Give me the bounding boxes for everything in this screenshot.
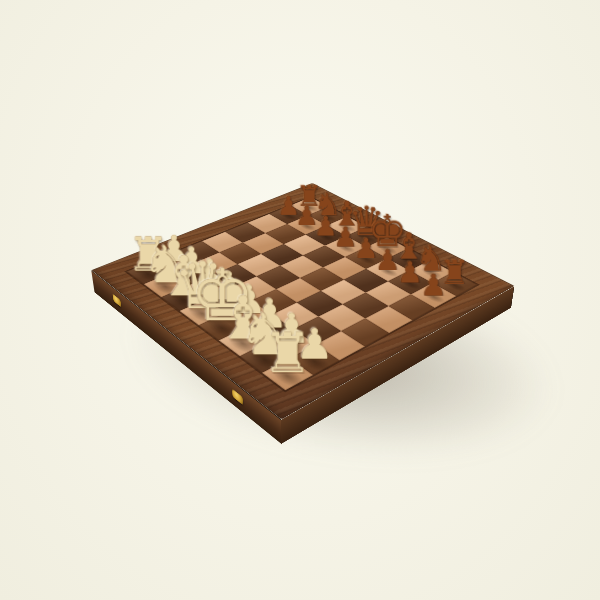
piece-contact-shadow: [191, 277, 228, 299]
piece-contact-shadow: [440, 278, 469, 294]
piece-contact-shadow: [201, 315, 242, 341]
piece-contact-shadow: [249, 318, 289, 343]
piece-contact-shadow: [418, 288, 449, 305]
scene: ♜♞♝♛♚♝♞♜♟♟♟♟♟♟♟♟♟♟♟♟♟♟♟♟♜♞♝♛♚♝♞♜: [0, 0, 600, 600]
piece-contact-shadow: [271, 332, 313, 358]
piece-contact-shadow: [395, 276, 425, 293]
piece-contact-shadow: [210, 290, 248, 313]
piece-contact-shadow: [265, 361, 310, 391]
brass-latch-icon: [232, 389, 243, 406]
piece-contact-shadow: [164, 288, 203, 312]
product-photo: ♜♞♝♛♚♝♞♜♟♟♟♟♟♟♟♟♟♟♟♟♟♟♟♟♜♞♝♛♚♝♞♜: [0, 0, 600, 600]
chess-board: ♜♞♝♛♚♝♞♜♟♟♟♟♟♟♟♟♟♟♟♟♟♟♟♟♜♞♝♛♚♝♞♜: [91, 183, 514, 420]
piece-contact-shadow: [293, 348, 336, 376]
brass-latch-icon: [112, 294, 121, 308]
